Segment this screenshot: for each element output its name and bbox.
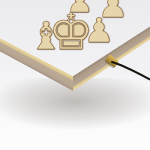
photo-stage: 12345678 abcdefgh ♟♟♟♝♚: [0, 0, 150, 150]
black-cable: [0, 0, 150, 150]
